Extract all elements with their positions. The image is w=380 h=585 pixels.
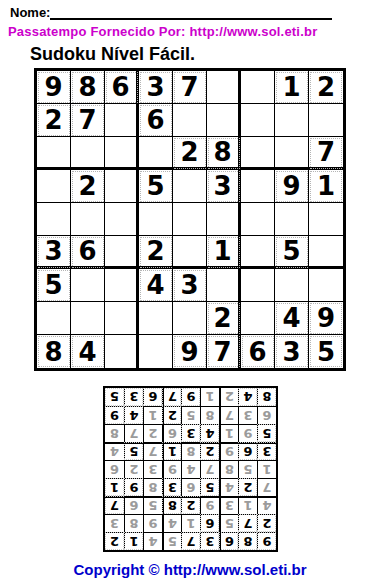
- solution-cell: 1: [200, 388, 219, 406]
- sudoku-cell: [105, 236, 139, 269]
- solution-cell: 5: [143, 496, 162, 514]
- provider-line: Passatempo Fornecido Por: http://www.sol…: [8, 24, 376, 39]
- sudoku-cell: 2: [37, 104, 71, 137]
- solution-grid: 9863754122756149834139285677245638911587…: [103, 386, 278, 552]
- sudoku-cell: [241, 302, 275, 335]
- sudoku-cell: 5: [37, 269, 71, 302]
- sudoku-cell: [241, 71, 275, 104]
- solution-cell: 9: [143, 514, 162, 532]
- solution-cell: 7: [181, 532, 200, 550]
- sudoku-cell: 4: [275, 302, 309, 335]
- sudoku-cell: [71, 302, 105, 335]
- sudoku-cell: [173, 302, 207, 335]
- solution-cell: 4: [257, 496, 276, 514]
- solution-cell: 9: [219, 442, 238, 460]
- solution-cell: 9: [162, 460, 181, 478]
- sudoku-cell: 7: [71, 104, 105, 137]
- solution-cell: 6: [238, 442, 257, 460]
- sudoku-cell: [37, 302, 71, 335]
- solution-cell: 5: [200, 478, 219, 496]
- sudoku-cell: 3: [139, 71, 173, 104]
- sudoku-cell: 2: [173, 137, 207, 170]
- solution-cell: 7: [124, 424, 143, 442]
- solution-cell: 3: [181, 424, 200, 442]
- sudoku-cell: 8: [207, 137, 241, 170]
- sudoku-cell: 1: [275, 71, 309, 104]
- sudoku-cell: [105, 170, 139, 203]
- solution-cell: 8: [238, 532, 257, 550]
- sudoku-cell: [37, 170, 71, 203]
- solution-cell: 5: [124, 442, 143, 460]
- sudoku-cell: [275, 137, 309, 170]
- sudoku-cell: [309, 236, 343, 269]
- solution-cell: 6: [181, 478, 200, 496]
- sudoku-cell: 9: [173, 335, 207, 368]
- solution-cell: 4: [105, 442, 124, 460]
- sudoku-cell: [173, 203, 207, 236]
- solution-cell: 4: [162, 514, 181, 532]
- solution-cell: 6: [200, 514, 219, 532]
- sudoku-cell: [105, 104, 139, 137]
- solution-cell: 5: [238, 460, 257, 478]
- sudoku-cell: [207, 269, 241, 302]
- sudoku-cell: [173, 236, 207, 269]
- solution-cell: 1: [219, 424, 238, 442]
- solution-cell: 3: [124, 388, 143, 406]
- sudoku-cell: 7: [207, 335, 241, 368]
- sudoku-cell: 6: [105, 71, 139, 104]
- solution-cell: 8: [200, 406, 219, 424]
- copyright-link[interactable]: Copyright © http://www.sol.eti.br: [0, 561, 380, 578]
- solution-cell: 7: [257, 478, 276, 496]
- sudoku-cell: 8: [71, 71, 105, 104]
- solution-cell: 9: [181, 388, 200, 406]
- solution-cell: 9: [238, 424, 257, 442]
- sudoku-cell: [241, 203, 275, 236]
- solution-cell: 2: [257, 514, 276, 532]
- sudoku-cell: 4: [71, 335, 105, 368]
- solution-cell: 1: [143, 406, 162, 424]
- solution-cell: 6: [143, 388, 162, 406]
- sudoku-cell: 3: [173, 269, 207, 302]
- solution-cell: 7: [200, 460, 219, 478]
- sudoku-cell: 9: [309, 302, 343, 335]
- sudoku-cell: [241, 170, 275, 203]
- sudoku-cell: 5: [139, 170, 173, 203]
- solution-cell: 2: [200, 442, 219, 460]
- solution-cell: 3: [257, 442, 276, 460]
- sudoku-cell: 6: [241, 335, 275, 368]
- solution-cell: 6: [124, 496, 143, 514]
- solution-cell: 9: [200, 496, 219, 514]
- page-title: Sudoku Nível Fácil.: [30, 44, 380, 65]
- sudoku-cell: [139, 203, 173, 236]
- sudoku-cell: [309, 104, 343, 137]
- solution-cell: 1: [124, 532, 143, 550]
- solution-cell: 7: [143, 442, 162, 460]
- sudoku-cell: [241, 236, 275, 269]
- sudoku-cell: 4: [139, 269, 173, 302]
- sudoku-cell: [241, 104, 275, 137]
- solution-cell: 6: [257, 406, 276, 424]
- solution-cell: 9: [257, 532, 276, 550]
- solution-cell: 7: [219, 406, 238, 424]
- sudoku-cell: [139, 137, 173, 170]
- solution-cell: 5: [162, 532, 181, 550]
- sudoku-cell: 5: [309, 335, 343, 368]
- solution-cell: 9: [124, 478, 143, 496]
- solution-cell: 6: [219, 532, 238, 550]
- sudoku-cell: [241, 269, 275, 302]
- solution-cell: 4: [238, 388, 257, 406]
- sudoku-cell: 6: [71, 236, 105, 269]
- sudoku-cell: 7: [173, 71, 207, 104]
- sudoku-cell: [105, 335, 139, 368]
- solution-cell: 2: [219, 388, 238, 406]
- solution-cell: 2: [181, 496, 200, 514]
- sudoku-cell: [241, 137, 275, 170]
- name-label: Nome:: [10, 5, 50, 20]
- solution-cell: 3: [105, 514, 124, 532]
- sudoku-cell: 9: [37, 71, 71, 104]
- name-blank-line: [50, 4, 332, 20]
- sudoku-cell: 1: [207, 236, 241, 269]
- solution-cell: 4: [124, 406, 143, 424]
- sudoku-cell: [71, 137, 105, 170]
- solution-cell: 3: [162, 478, 181, 496]
- sudoku-cell: 1: [309, 170, 343, 203]
- solution-cell: 2: [162, 406, 181, 424]
- solution-cell: 3: [219, 496, 238, 514]
- solution-cell: 2: [238, 478, 257, 496]
- solution-cell: 5: [181, 406, 200, 424]
- solution-cell: 6: [162, 424, 181, 442]
- sudoku-cell: 2: [309, 71, 343, 104]
- sudoku-cell: [139, 335, 173, 368]
- sudoku-cell: [207, 203, 241, 236]
- solution-cell: 1: [105, 478, 124, 496]
- solution-cell: 1: [238, 496, 257, 514]
- solution-cell: 8: [257, 388, 276, 406]
- sudoku-cell: [275, 269, 309, 302]
- sudoku-cell: 5: [275, 236, 309, 269]
- solution-cell: 2: [105, 532, 124, 550]
- solution-cell: 5: [257, 424, 276, 442]
- solution-cell: 7: [162, 388, 181, 406]
- sudoku-cell: 2: [207, 302, 241, 335]
- sudoku-cell: 7: [309, 137, 343, 170]
- solution-cell: 5: [219, 514, 238, 532]
- name-row: Nome:: [10, 4, 332, 20]
- solution-cell: 4: [200, 424, 219, 442]
- sudoku-cell: 2: [71, 170, 105, 203]
- solution-cell: 4: [181, 460, 200, 478]
- solution-cell: 3: [200, 532, 219, 550]
- main-sudoku-grid: 986371227628725391362155432498497635: [34, 68, 346, 371]
- solution-cell: 8: [162, 496, 181, 514]
- solution-cell: 7: [105, 496, 124, 514]
- sudoku-cell: [139, 302, 173, 335]
- sudoku-cell: [309, 203, 343, 236]
- solution-cell: 8: [181, 442, 200, 460]
- sudoku-cell: [207, 71, 241, 104]
- sudoku-cell: [71, 269, 105, 302]
- sudoku-cell: 3: [207, 170, 241, 203]
- solution-cell: 6: [105, 460, 124, 478]
- sudoku-cell: [275, 203, 309, 236]
- solution-cell: 3: [238, 406, 257, 424]
- sudoku-cell: 3: [37, 236, 71, 269]
- sudoku-cell: [105, 137, 139, 170]
- sudoku-cell: [275, 104, 309, 137]
- sudoku-cell: 2: [139, 236, 173, 269]
- sudoku-cell: 8: [37, 335, 71, 368]
- sudoku-cell: 3: [275, 335, 309, 368]
- solution-cell: 5: [105, 388, 124, 406]
- sudoku-cell: [105, 269, 139, 302]
- solution-cell: 7: [238, 514, 257, 532]
- solution-cell: 4: [143, 532, 162, 550]
- solution-cell: 8: [143, 478, 162, 496]
- solution-cell: 2: [124, 460, 143, 478]
- solution-cell: 3: [143, 460, 162, 478]
- solution-cell: 1: [162, 442, 181, 460]
- sudoku-cell: [207, 104, 241, 137]
- solution-cell: 8: [105, 424, 124, 442]
- solution-cell: 8: [219, 460, 238, 478]
- solution-cell: 1: [257, 460, 276, 478]
- sudoku-cell: [37, 203, 71, 236]
- sudoku-cell: [309, 269, 343, 302]
- sudoku-cell: [105, 203, 139, 236]
- sudoku-cell: 9: [275, 170, 309, 203]
- solution-cell: 2: [143, 424, 162, 442]
- sudoku-cell: [37, 137, 71, 170]
- solution-cell: 9: [105, 406, 124, 424]
- sudoku-cell: [173, 104, 207, 137]
- solution-cell: 8: [124, 514, 143, 532]
- solution-cell: 4: [219, 478, 238, 496]
- sudoku-cell: [173, 170, 207, 203]
- sudoku-cell: 6: [139, 104, 173, 137]
- solution-cell: 1: [181, 514, 200, 532]
- sudoku-cell: [71, 203, 105, 236]
- sudoku-cell: [105, 302, 139, 335]
